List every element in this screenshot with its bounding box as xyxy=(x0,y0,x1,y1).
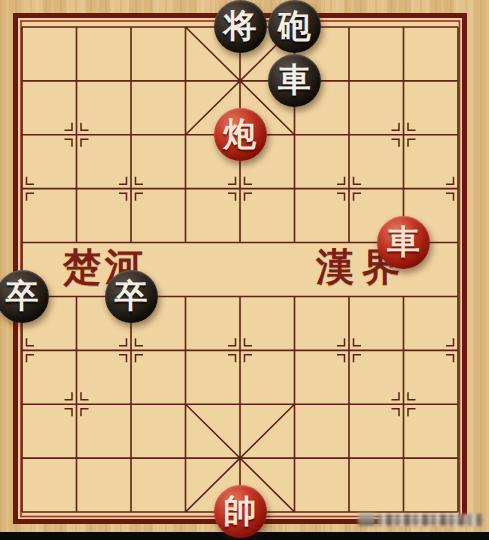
piece-glyph: 帥 xyxy=(224,494,257,527)
piece-black-soldier-a[interactable]: 卒 xyxy=(0,270,49,323)
piece-glyph: 卒 xyxy=(6,279,39,312)
piece-red-general[interactable]: 帥 xyxy=(214,485,267,538)
piece-glyph: 炮 xyxy=(224,117,257,150)
piece-glyph: 卒 xyxy=(115,279,148,312)
piece-glyph: 砲 xyxy=(278,9,311,42)
piece-black-general[interactable]: 将 xyxy=(214,0,267,53)
piece-glyph: 車 xyxy=(278,63,311,96)
piece-black-soldier-b[interactable]: 卒 xyxy=(105,270,158,323)
piece-layer: 将砲車炮車卒卒帥 xyxy=(0,0,485,539)
piece-red-chariot[interactable]: 車 xyxy=(377,216,430,269)
xiangqi-app: 楚 河 漢 界 将砲車炮車卒卒帥 xyxy=(0,0,489,540)
piece-glyph: 車 xyxy=(387,225,420,258)
piece-glyph: 将 xyxy=(224,9,257,42)
piece-black-cannon[interactable]: 砲 xyxy=(268,0,321,53)
piece-red-cannon[interactable]: 炮 xyxy=(214,108,267,161)
piece-black-chariot[interactable]: 車 xyxy=(268,54,321,107)
